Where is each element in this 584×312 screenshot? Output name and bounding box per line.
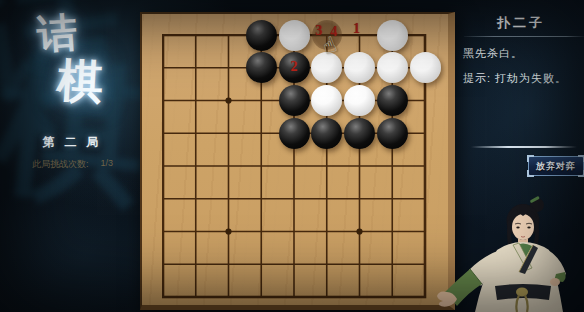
npc-eye [516, 226, 519, 228]
npc-right-hand [550, 278, 560, 286]
mode-title-char-2: 棋 [56, 57, 104, 105]
star-point [225, 228, 231, 234]
button-corner-ornament [527, 155, 534, 162]
npc-face [512, 214, 534, 240]
white-stone [344, 85, 375, 116]
forfeit-game-button[interactable]: 放弃对弈 [528, 156, 584, 176]
npc-eye [527, 226, 530, 228]
npc-character [437, 194, 584, 312]
star-point [356, 228, 362, 234]
black-stone [311, 118, 342, 149]
black-stone [246, 20, 277, 51]
black-stone [246, 52, 277, 83]
move-number-label: 2 [291, 59, 298, 75]
section-divider [471, 146, 577, 148]
black-stone [279, 118, 310, 149]
white-stone [279, 20, 310, 51]
white-stone [377, 20, 408, 51]
black-stone [377, 85, 408, 116]
white-stone [410, 52, 441, 83]
black-stone [344, 118, 375, 149]
black-stone [377, 118, 408, 149]
button-corner-ornament [527, 170, 534, 177]
go-board[interactable]: 1234 [140, 12, 455, 310]
black-stone [279, 85, 310, 116]
left-info-panel: 诘 棋 诘 棋 第二局 此局挑战次数: 1/3 [0, 0, 141, 312]
forfeit-button-label: 放弃对弈 [536, 160, 576, 173]
move-number-label: 1 [353, 21, 360, 37]
round-label: 第二局 [0, 134, 141, 151]
title-underline [464, 36, 584, 37]
button-corner-ornament [578, 155, 584, 162]
puzzle-objective: 黑先杀白。 [463, 46, 584, 61]
attempts-counter: 此局挑战次数: 1/3 [32, 158, 113, 171]
attempts-value: 1/3 [101, 158, 114, 171]
puzzle-hint: 提示: 打劫为失败。 [463, 71, 584, 86]
button-corner-ornament [578, 170, 584, 177]
game-screen: 诘 棋 诘 棋 第二局 此局挑战次数: 1/3 1234 ☝ 扑二子 黑先杀白。… [0, 0, 584, 312]
white-stone [377, 52, 408, 83]
attempts-label: 此局挑战次数: [32, 158, 89, 171]
star-point [225, 97, 231, 103]
mode-title-char-1: 诘 [36, 12, 79, 55]
puzzle-title: 扑二子 [458, 14, 584, 32]
